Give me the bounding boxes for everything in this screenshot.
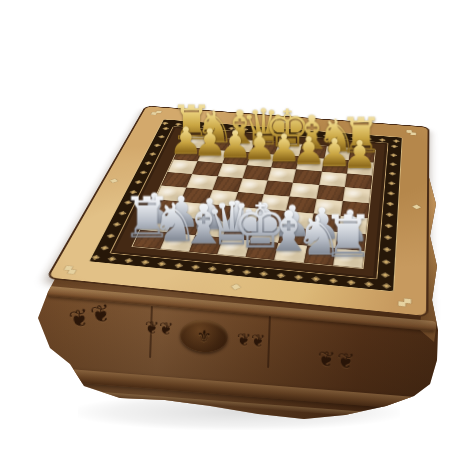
drawer-medallion: ⚜ bbox=[179, 318, 229, 353]
drawer-seam-right bbox=[267, 316, 271, 368]
mosaic-band-right: ◈ ◈ ◈ ◈ ◈ ◈ ◈ ◈ ◈ ◈ ◈ ◈ ◈ ◈ ◈ ◈ ◈ ◈ ◈ ◈ … bbox=[376, 143, 401, 281]
piece-white-rook-h1[interactable]: ♜ bbox=[322, 207, 374, 265]
frame-inlay-edge-icon: ◆ bbox=[410, 204, 422, 209]
frame-inlay-edge-icon: ◆ bbox=[230, 282, 240, 291]
carved-scroll-left-corner: ❦❦ bbox=[57, 294, 124, 338]
carved-scroll-right: ❦❦ bbox=[229, 327, 273, 354]
frame-inlay-edge-icon: ◆ bbox=[108, 178, 121, 182]
frame-inlay-corner-icon: ◆◆ bbox=[393, 296, 414, 309]
chess-set-photo: ❦❦ ❦❦ ⚜ ❦❦ ❦❦ ◆◆ ◆◆ ◆◆ ◆◆ ◆ ◆ ◆ ◆ ◈ ◈ ◈ … bbox=[0, 0, 474, 474]
board-grid: ♜♞♝♛♚♝♞♜♟♟♟♟♟♟♟♟♟♟♟♟♟♟♟♟♜♞♝♛♚♝♞♜ bbox=[131, 135, 375, 269]
carved-scroll-right-corner: ❦❦ bbox=[307, 344, 367, 377]
frame-inlay-corner-icon: ◆◆ bbox=[60, 263, 79, 275]
frame-inlay-corner-icon: ◆◆ bbox=[403, 128, 419, 136]
medallion-emblem-icon: ⚜ bbox=[196, 325, 213, 346]
square-h1[interactable]: ♜ bbox=[333, 248, 364, 268]
drawer-seam-left bbox=[149, 306, 153, 358]
frame-inlay-corner-icon: ◆◆ bbox=[148, 109, 163, 116]
square-h7[interactable]: ♟ bbox=[347, 161, 374, 176]
carved-scroll-left: ❦❦ bbox=[137, 315, 181, 342]
